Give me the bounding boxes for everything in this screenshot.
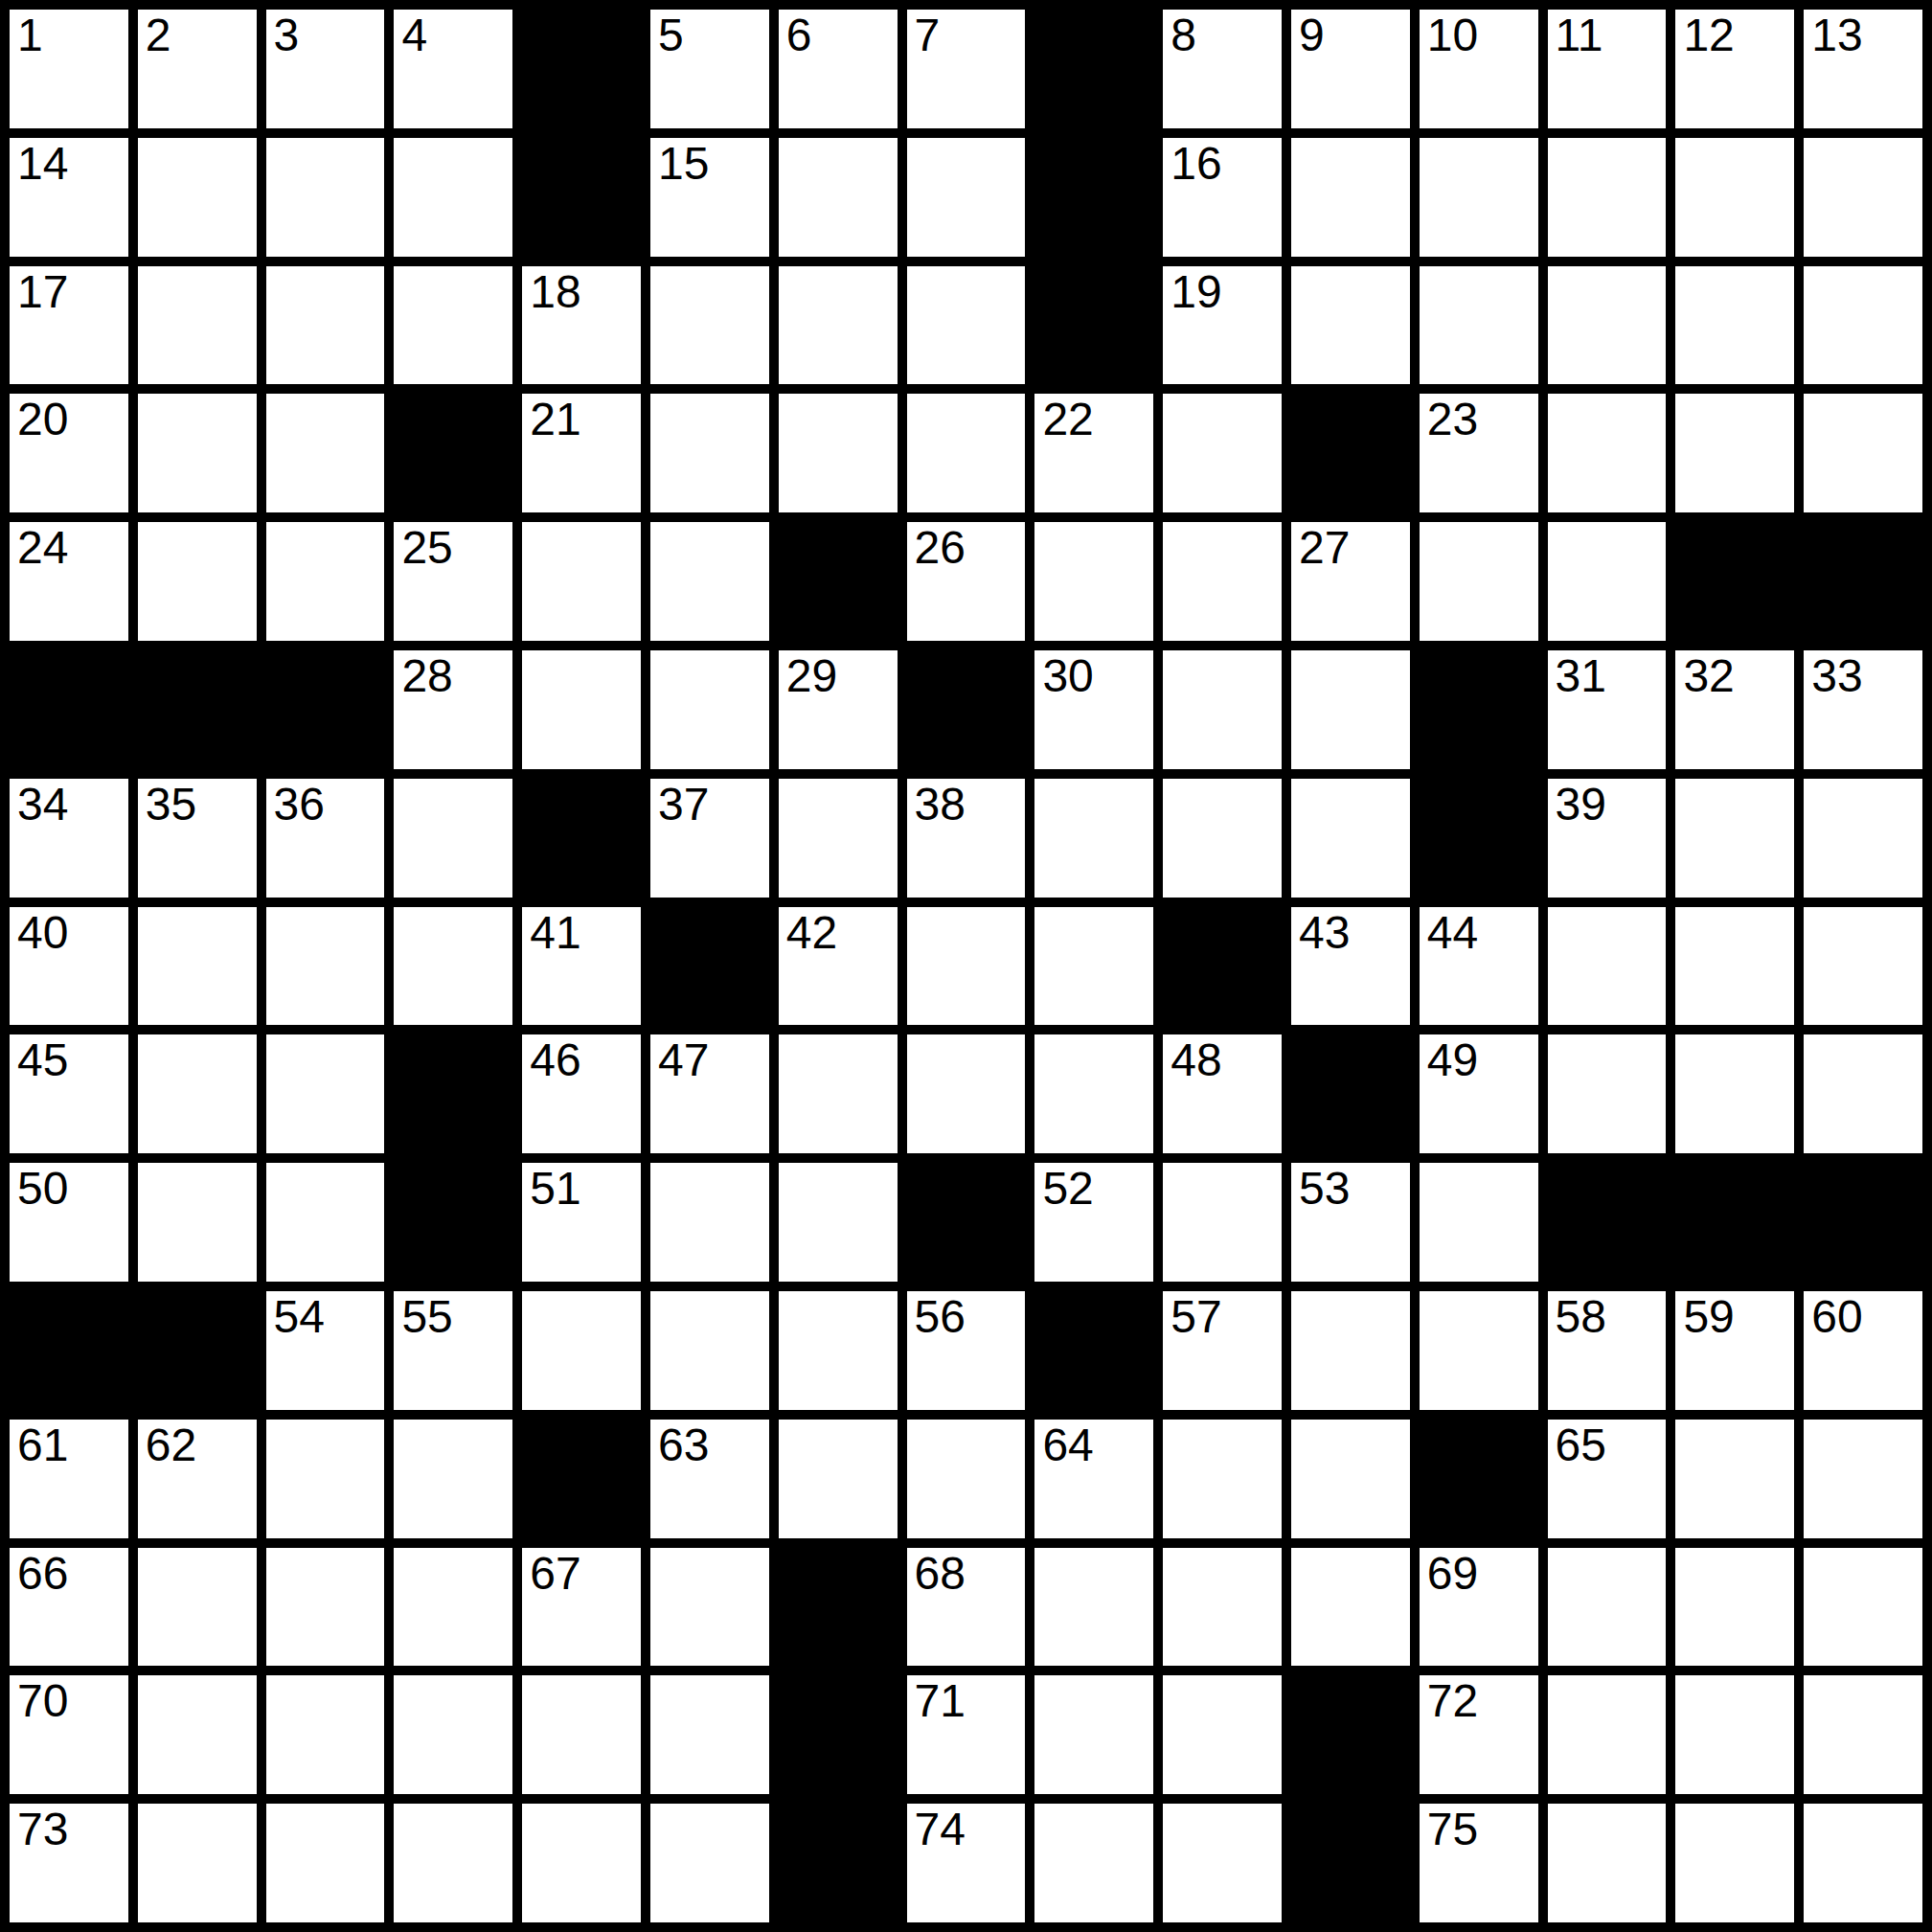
clue-number-56: 56 [915, 1294, 966, 1341]
clue-number-17: 17 [17, 269, 68, 316]
clue-number-32: 32 [1683, 653, 1734, 700]
white-cell-r7c13[interactable]: 39 [1548, 779, 1667, 898]
clue-number-3: 3 [274, 12, 300, 59]
white-cell-r4c13[interactable] [1548, 394, 1667, 512]
white-cell-r4c9[interactable]: 22 [1034, 394, 1153, 512]
white-cell-r7c11[interactable] [1291, 779, 1410, 898]
clue-number-15: 15 [658, 141, 709, 188]
white-cell-r13c3[interactable] [266, 1548, 385, 1667]
white-cell-r15c6[interactable] [650, 1804, 769, 1922]
clue-number-37: 37 [658, 782, 709, 829]
white-cell-r2c12[interactable] [1420, 138, 1538, 257]
white-cell-r5c12[interactable] [1420, 522, 1538, 641]
white-cell-r6c11[interactable] [1291, 650, 1410, 769]
white-cell-r5c11[interactable]: 27 [1291, 522, 1410, 641]
white-cell-r15c15[interactable] [1804, 1804, 1922, 1922]
white-cell-r15c2[interactable] [138, 1804, 257, 1922]
white-cell-r6c13[interactable]: 31 [1548, 650, 1667, 769]
white-cell-r8c3[interactable] [266, 907, 385, 1026]
clue-number-73: 73 [17, 1807, 68, 1853]
white-cell-r11c7[interactable] [779, 1291, 898, 1410]
white-cell-r15c3[interactable] [266, 1804, 385, 1922]
black-cell-r3c9 [1034, 266, 1153, 385]
black-cell-r10c15 [1804, 1163, 1922, 1282]
black-cell-r14c7 [779, 1675, 898, 1794]
white-cell-r15c5[interactable] [522, 1804, 641, 1922]
white-cell-r8c1[interactable]: 40 [10, 907, 128, 1026]
black-cell-r8c10 [1163, 907, 1282, 1026]
white-cell-r10c3[interactable] [266, 1163, 385, 1282]
white-cell-r12c2[interactable]: 62 [138, 1420, 257, 1538]
black-cell-r11c9 [1034, 1291, 1153, 1410]
clue-number-11: 11 [1556, 12, 1603, 59]
white-cell-r13c13[interactable] [1548, 1548, 1667, 1667]
white-cell-r4c14[interactable] [1675, 394, 1794, 512]
white-cell-r8c11[interactable]: 43 [1291, 907, 1410, 1026]
clue-number-4: 4 [401, 12, 427, 59]
white-cell-r10c11[interactable]: 53 [1291, 1163, 1410, 1282]
white-cell-r13c9[interactable] [1034, 1548, 1153, 1667]
white-cell-r14c6[interactable] [650, 1675, 769, 1794]
white-cell-r14c13[interactable] [1548, 1675, 1667, 1794]
white-cell-r9c7[interactable] [779, 1034, 898, 1153]
clue-number-50: 50 [17, 1166, 68, 1213]
white-cell-r5c13[interactable] [1548, 522, 1667, 641]
white-cell-r4c15[interactable] [1804, 394, 1922, 512]
clue-number-33: 33 [1811, 653, 1862, 700]
white-cell-r3c14[interactable] [1675, 266, 1794, 385]
white-cell-r7c2[interactable]: 35 [138, 779, 257, 898]
clue-number-55: 55 [401, 1294, 452, 1341]
white-cell-r5c4[interactable]: 25 [394, 522, 512, 641]
white-cell-r8c2[interactable] [138, 907, 257, 1026]
white-cell-r1c10[interactable]: 8 [1163, 10, 1282, 128]
white-cell-r4c6[interactable] [650, 394, 769, 512]
white-cell-r4c5[interactable]: 21 [522, 394, 641, 512]
white-cell-r1c15[interactable]: 13 [1804, 10, 1922, 128]
white-cell-r15c14[interactable] [1675, 1804, 1794, 1922]
clue-number-51: 51 [530, 1166, 580, 1213]
white-cell-r15c12[interactable]: 75 [1420, 1804, 1538, 1922]
white-cell-r11c11[interactable] [1291, 1291, 1410, 1410]
white-cell-r10c6[interactable] [650, 1163, 769, 1282]
white-cell-r12c13[interactable]: 65 [1548, 1420, 1667, 1538]
white-cell-r14c4[interactable] [394, 1675, 512, 1794]
black-cell-r6c12 [1420, 650, 1538, 769]
white-cell-r12c11[interactable] [1291, 1420, 1410, 1538]
white-cell-r8c9[interactable] [1034, 907, 1153, 1026]
white-cell-r5c3[interactable] [266, 522, 385, 641]
clue-number-72: 72 [1427, 1678, 1478, 1725]
white-cell-r3c11[interactable] [1291, 266, 1410, 385]
white-cell-r15c1[interactable]: 73 [10, 1804, 128, 1922]
white-cell-r3c5[interactable]: 18 [522, 266, 641, 385]
white-cell-r14c8[interactable]: 71 [907, 1675, 1026, 1794]
clue-number-62: 62 [146, 1422, 196, 1469]
clue-number-27: 27 [1299, 525, 1350, 572]
white-cell-r11c3[interactable]: 54 [266, 1291, 385, 1410]
black-cell-r9c11 [1291, 1034, 1410, 1153]
white-cell-r7c15[interactable] [1804, 779, 1922, 898]
white-cell-r9c13[interactable] [1548, 1034, 1667, 1153]
white-cell-r14c2[interactable] [138, 1675, 257, 1794]
black-cell-r12c5 [522, 1420, 641, 1538]
white-cell-r11c8[interactable]: 56 [907, 1291, 1026, 1410]
clue-number-8: 8 [1171, 12, 1196, 59]
white-cell-r2c8[interactable] [907, 138, 1026, 257]
clue-number-60: 60 [1811, 1294, 1862, 1341]
white-cell-r13c2[interactable] [138, 1548, 257, 1667]
white-cell-r1c7[interactable]: 6 [779, 10, 898, 128]
white-cell-r3c2[interactable] [138, 266, 257, 385]
white-cell-r15c9[interactable] [1034, 1804, 1153, 1922]
white-cell-r11c14[interactable]: 59 [1675, 1291, 1794, 1410]
white-cell-r3c15[interactable] [1804, 266, 1922, 385]
white-cell-r4c3[interactable] [266, 394, 385, 512]
white-cell-r1c3[interactable]: 3 [266, 10, 385, 128]
white-cell-r6c15[interactable]: 33 [1804, 650, 1922, 769]
clue-number-29: 29 [786, 653, 837, 700]
white-cell-r11c13[interactable]: 58 [1548, 1291, 1667, 1410]
black-cell-r15c7 [779, 1804, 898, 1922]
clue-number-13: 13 [1811, 12, 1862, 59]
white-cell-r6c14[interactable]: 32 [1675, 650, 1794, 769]
white-cell-r2c3[interactable] [266, 138, 385, 257]
white-cell-r9c12[interactable]: 49 [1420, 1034, 1538, 1153]
white-cell-r8c12[interactable]: 44 [1420, 907, 1538, 1026]
clue-number-64: 64 [1042, 1422, 1093, 1469]
clue-number-70: 70 [17, 1678, 68, 1725]
clue-number-59: 59 [1683, 1294, 1734, 1341]
black-cell-r14c11 [1291, 1675, 1410, 1794]
white-cell-r10c12[interactable] [1420, 1163, 1538, 1282]
white-cell-r15c4[interactable] [394, 1804, 512, 1922]
white-cell-r10c5[interactable]: 51 [522, 1163, 641, 1282]
white-cell-r9c14[interactable] [1675, 1034, 1794, 1153]
clue-number-75: 75 [1427, 1807, 1478, 1853]
white-cell-r14c14[interactable] [1675, 1675, 1794, 1794]
white-cell-r8c5[interactable]: 41 [522, 907, 641, 1026]
clue-number-9: 9 [1299, 12, 1325, 59]
black-cell-r2c9 [1034, 138, 1153, 257]
white-cell-r9c9[interactable] [1034, 1034, 1153, 1153]
white-cell-r13c5[interactable]: 67 [522, 1548, 641, 1667]
white-cell-r3c12[interactable] [1420, 266, 1538, 385]
white-cell-r3c4[interactable] [394, 266, 512, 385]
clue-number-66: 66 [17, 1551, 68, 1598]
white-cell-r2c13[interactable] [1548, 138, 1667, 257]
white-cell-r7c3[interactable]: 36 [266, 779, 385, 898]
black-cell-r6c1 [10, 650, 128, 769]
white-cell-r9c1[interactable]: 45 [10, 1034, 128, 1153]
clue-number-48: 48 [1171, 1037, 1221, 1084]
white-cell-r11c5[interactable] [522, 1291, 641, 1410]
clue-number-7: 7 [915, 12, 941, 59]
white-cell-r7c1[interactable]: 34 [10, 779, 128, 898]
clue-number-35: 35 [146, 782, 196, 829]
clue-number-68: 68 [915, 1551, 966, 1598]
white-cell-r14c12[interactable]: 72 [1420, 1675, 1538, 1794]
white-cell-r10c10[interactable] [1163, 1163, 1282, 1282]
white-cell-r3c13[interactable] [1548, 266, 1667, 385]
clue-number-52: 52 [1042, 1166, 1093, 1213]
white-cell-r1c14[interactable]: 12 [1675, 10, 1794, 128]
white-cell-r8c7[interactable]: 42 [779, 907, 898, 1026]
white-cell-r7c4[interactable] [394, 779, 512, 898]
white-cell-r14c9[interactable] [1034, 1675, 1153, 1794]
white-cell-r1c2[interactable]: 2 [138, 10, 257, 128]
white-cell-r14c3[interactable] [266, 1675, 385, 1794]
white-cell-r2c15[interactable] [1804, 138, 1922, 257]
black-cell-r11c1 [10, 1291, 128, 1410]
black-cell-r10c13 [1548, 1163, 1667, 1282]
black-cell-r11c2 [138, 1291, 257, 1410]
white-cell-r8c15[interactable] [1804, 907, 1922, 1026]
clue-number-5: 5 [658, 12, 684, 59]
white-cell-r1c8[interactable]: 7 [907, 10, 1026, 128]
black-cell-r10c14 [1675, 1163, 1794, 1282]
black-cell-r10c4 [394, 1163, 512, 1282]
clue-number-30: 30 [1042, 653, 1093, 700]
clue-number-46: 46 [530, 1037, 580, 1084]
white-cell-r9c8[interactable] [907, 1034, 1026, 1153]
white-cell-r5c1[interactable]: 24 [10, 522, 128, 641]
white-cell-r9c15[interactable] [1804, 1034, 1922, 1153]
clue-number-12: 12 [1683, 12, 1734, 59]
white-cell-r12c9[interactable]: 64 [1034, 1420, 1153, 1538]
white-cell-r2c4[interactable] [394, 138, 512, 257]
white-cell-r2c6[interactable]: 15 [650, 138, 769, 257]
white-cell-r3c1[interactable]: 17 [10, 266, 128, 385]
white-cell-r5c6[interactable] [650, 522, 769, 641]
clue-number-21: 21 [530, 397, 580, 443]
clue-number-45: 45 [17, 1037, 68, 1084]
white-cell-r12c8[interactable] [907, 1420, 1026, 1538]
white-cell-r5c8[interactable]: 26 [907, 522, 1026, 641]
white-cell-r2c14[interactable] [1675, 138, 1794, 257]
white-cell-r13c6[interactable] [650, 1548, 769, 1667]
white-cell-r3c10[interactable]: 19 [1163, 266, 1282, 385]
black-cell-r7c5 [522, 779, 641, 898]
clue-number-1: 1 [17, 12, 43, 59]
black-cell-r15c11 [1291, 1804, 1410, 1922]
black-cell-r13c7 [779, 1548, 898, 1667]
clue-number-53: 53 [1299, 1166, 1350, 1213]
clue-number-61: 61 [17, 1422, 68, 1469]
white-cell-r13c15[interactable] [1804, 1548, 1922, 1667]
white-cell-r12c6[interactable]: 63 [650, 1420, 769, 1538]
white-cell-r13c8[interactable]: 68 [907, 1548, 1026, 1667]
white-cell-r4c8[interactable] [907, 394, 1026, 512]
white-cell-r13c10[interactable] [1163, 1548, 1282, 1667]
black-cell-r4c11 [1291, 394, 1410, 512]
white-cell-r10c1[interactable]: 50 [10, 1163, 128, 1282]
clue-number-16: 16 [1171, 141, 1221, 188]
white-cell-r8c14[interactable] [1675, 907, 1794, 1026]
white-cell-r5c2[interactable] [138, 522, 257, 641]
white-cell-r1c6[interactable]: 5 [650, 10, 769, 128]
white-cell-r1c12[interactable]: 10 [1420, 10, 1538, 128]
white-cell-r15c8[interactable]: 74 [907, 1804, 1026, 1922]
white-cell-r12c15[interactable] [1804, 1420, 1922, 1538]
white-cell-r4c1[interactable]: 20 [10, 394, 128, 512]
white-cell-r7c14[interactable] [1675, 779, 1794, 898]
white-cell-r3c7[interactable] [779, 266, 898, 385]
white-cell-r3c3[interactable] [266, 266, 385, 385]
white-cell-r9c5[interactable]: 46 [522, 1034, 641, 1153]
white-cell-r13c1[interactable]: 66 [10, 1548, 128, 1667]
black-cell-r5c7 [779, 522, 898, 641]
clue-number-14: 14 [17, 141, 68, 188]
white-cell-r1c11[interactable]: 9 [1291, 10, 1410, 128]
white-cell-r9c10[interactable]: 48 [1163, 1034, 1282, 1153]
white-cell-r6c10[interactable] [1163, 650, 1282, 769]
clue-number-18: 18 [530, 269, 580, 316]
white-cell-r12c14[interactable] [1675, 1420, 1794, 1538]
white-cell-r7c9[interactable] [1034, 779, 1153, 898]
white-cell-r14c1[interactable]: 70 [10, 1675, 128, 1794]
white-cell-r13c4[interactable] [394, 1548, 512, 1667]
black-cell-r6c8 [907, 650, 1026, 769]
white-cell-r6c5[interactable] [522, 650, 641, 769]
white-cell-r12c7[interactable] [779, 1420, 898, 1538]
clue-number-34: 34 [17, 782, 68, 829]
clue-number-69: 69 [1427, 1551, 1478, 1598]
clue-number-67: 67 [530, 1551, 580, 1598]
black-cell-r6c2 [138, 650, 257, 769]
black-cell-r10c8 [907, 1163, 1026, 1282]
black-cell-r5c15 [1804, 522, 1922, 641]
clue-number-6: 6 [786, 12, 812, 59]
white-cell-r4c2[interactable] [138, 394, 257, 512]
white-cell-r11c15[interactable]: 60 [1804, 1291, 1922, 1410]
white-cell-r5c5[interactable] [522, 522, 641, 641]
clue-number-65: 65 [1556, 1422, 1606, 1469]
white-cell-r6c4[interactable]: 28 [394, 650, 512, 769]
clue-number-57: 57 [1171, 1294, 1221, 1341]
white-cell-r7c8[interactable]: 38 [907, 779, 1026, 898]
white-cell-r6c9[interactable]: 30 [1034, 650, 1153, 769]
white-cell-r15c13[interactable] [1548, 1804, 1667, 1922]
black-cell-r4c4 [394, 394, 512, 512]
black-cell-r6c3 [266, 650, 385, 769]
black-cell-r8c6 [650, 907, 769, 1026]
clue-number-24: 24 [17, 525, 68, 572]
black-cell-r9c4 [394, 1034, 512, 1153]
clue-number-63: 63 [658, 1422, 709, 1469]
white-cell-r4c7[interactable] [779, 394, 898, 512]
white-cell-r8c13[interactable] [1548, 907, 1667, 1026]
clue-number-41: 41 [530, 910, 580, 957]
clue-number-28: 28 [401, 653, 452, 700]
white-cell-r11c10[interactable]: 57 [1163, 1291, 1282, 1410]
clue-number-44: 44 [1427, 910, 1478, 957]
white-cell-r1c13[interactable]: 11 [1548, 10, 1667, 128]
white-cell-r8c4[interactable] [394, 907, 512, 1026]
clue-number-71: 71 [915, 1678, 966, 1725]
white-cell-r5c10[interactable] [1163, 522, 1282, 641]
white-cell-r2c10[interactable]: 16 [1163, 138, 1282, 257]
white-cell-r2c11[interactable] [1291, 138, 1410, 257]
white-cell-r4c10[interactable] [1163, 394, 1282, 512]
clue-number-42: 42 [786, 910, 837, 957]
clue-number-10: 10 [1427, 12, 1478, 59]
clue-number-39: 39 [1556, 782, 1606, 829]
white-cell-r2c2[interactable] [138, 138, 257, 257]
white-cell-r11c6[interactable] [650, 1291, 769, 1410]
white-cell-r9c2[interactable] [138, 1034, 257, 1153]
clue-number-58: 58 [1556, 1294, 1606, 1341]
clue-number-54: 54 [274, 1294, 325, 1341]
white-cell-r11c12[interactable] [1420, 1291, 1538, 1410]
white-cell-r2c7[interactable] [779, 138, 898, 257]
black-cell-r7c12 [1420, 779, 1538, 898]
white-cell-r10c2[interactable] [138, 1163, 257, 1282]
clue-number-25: 25 [401, 525, 452, 572]
white-cell-r7c6[interactable]: 37 [650, 779, 769, 898]
white-cell-r7c10[interactable] [1163, 779, 1282, 898]
white-cell-r12c1[interactable]: 61 [10, 1420, 128, 1538]
white-cell-r10c9[interactable]: 52 [1034, 1163, 1153, 1282]
white-cell-r14c10[interactable] [1163, 1675, 1282, 1794]
clue-number-19: 19 [1171, 269, 1221, 316]
clue-number-20: 20 [17, 397, 68, 443]
white-cell-r3c6[interactable] [650, 266, 769, 385]
clue-number-47: 47 [658, 1037, 709, 1084]
clue-number-40: 40 [17, 910, 68, 957]
white-cell-r14c5[interactable] [522, 1675, 641, 1794]
white-cell-r13c11[interactable] [1291, 1548, 1410, 1667]
white-cell-r8c8[interactable] [907, 907, 1026, 1026]
clue-number-2: 2 [146, 12, 171, 59]
crossword-board: 1234567891011121314151617181920212223242… [0, 0, 1932, 1932]
black-cell-r12c12 [1420, 1420, 1538, 1538]
white-cell-r3c8[interactable] [907, 266, 1026, 385]
white-cell-r13c14[interactable] [1675, 1548, 1794, 1667]
white-cell-r9c3[interactable] [266, 1034, 385, 1153]
white-cell-r11c4[interactable]: 55 [394, 1291, 512, 1410]
clue-number-26: 26 [915, 525, 966, 572]
white-cell-r7c7[interactable] [779, 779, 898, 898]
white-cell-r12c3[interactable] [266, 1420, 385, 1538]
white-cell-r12c10[interactable] [1163, 1420, 1282, 1538]
white-cell-r4c12[interactable]: 23 [1420, 394, 1538, 512]
white-cell-r5c9[interactable] [1034, 522, 1153, 641]
white-cell-r14c15[interactable] [1804, 1675, 1922, 1794]
clue-number-49: 49 [1427, 1037, 1478, 1084]
clue-number-36: 36 [274, 782, 325, 829]
clue-number-38: 38 [915, 782, 966, 829]
white-cell-r12c4[interactable] [394, 1420, 512, 1538]
clue-number-23: 23 [1427, 397, 1478, 443]
white-cell-r1c4[interactable]: 4 [394, 10, 512, 128]
clue-number-43: 43 [1299, 910, 1350, 957]
white-cell-r10c7[interactable] [779, 1163, 898, 1282]
white-cell-r2c1[interactable]: 14 [10, 138, 128, 257]
white-cell-r9c6[interactable]: 47 [650, 1034, 769, 1153]
clue-number-22: 22 [1042, 397, 1093, 443]
white-cell-r13c12[interactable]: 69 [1420, 1548, 1538, 1667]
black-cell-r1c9 [1034, 10, 1153, 128]
black-cell-r2c5 [522, 138, 641, 257]
white-cell-r6c7[interactable]: 29 [779, 650, 898, 769]
clue-number-74: 74 [915, 1807, 966, 1853]
white-cell-r1c1[interactable]: 1 [10, 10, 128, 128]
black-cell-r1c5 [522, 10, 641, 128]
clue-number-31: 31 [1556, 653, 1606, 700]
white-cell-r6c6[interactable] [650, 650, 769, 769]
white-cell-r15c10[interactable] [1163, 1804, 1282, 1922]
